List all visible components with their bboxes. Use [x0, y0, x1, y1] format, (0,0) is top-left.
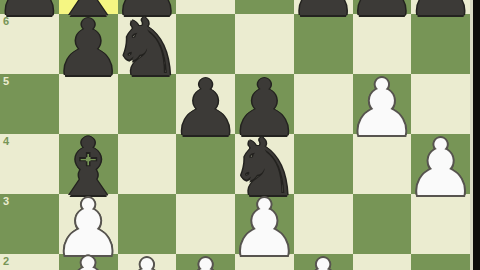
- chess-board: ♟♝♟♟♟♟6♟♞5♟♟♟4♝♞♟3♟♟2♝♟♟♟: [0, 0, 470, 270]
- square-d2[interactable]: ♟: [176, 254, 235, 270]
- square-h2[interactable]: [411, 254, 470, 270]
- square-f5[interactable]: [294, 74, 353, 134]
- square-h7[interactable]: ♟: [411, 0, 470, 14]
- square-e3[interactable]: ♟: [235, 194, 294, 254]
- square-c2[interactable]: ♟: [118, 254, 177, 270]
- square-a7[interactable]: ♟: [0, 0, 59, 14]
- square-a5[interactable]: 5: [0, 74, 59, 134]
- rank-label-2: 2: [3, 256, 9, 267]
- square-c4[interactable]: [118, 134, 177, 194]
- white-pawn[interactable]: ♟: [288, 249, 358, 270]
- square-a4[interactable]: 4: [0, 134, 59, 194]
- square-g7[interactable]: ♟: [353, 0, 412, 14]
- square-f2[interactable]: ♟: [294, 254, 353, 270]
- square-h4[interactable]: ♟: [411, 134, 470, 194]
- square-b2[interactable]: ♝: [59, 254, 118, 270]
- white-pawn[interactable]: ♟: [171, 249, 241, 270]
- square-g2[interactable]: [353, 254, 412, 270]
- rank-label-4: 4: [3, 136, 9, 147]
- square-d5[interactable]: ♟: [176, 74, 235, 134]
- black-pawn[interactable]: ♟: [406, 0, 476, 27]
- square-d7[interactable]: [176, 0, 235, 14]
- video-frame: ♟♝♟♟♟♟6♟♞5♟♟♟4♝♞♟3♟♟2♝♟♟♟: [0, 0, 480, 270]
- square-g3[interactable]: [353, 194, 412, 254]
- square-a3[interactable]: 3: [0, 194, 59, 254]
- square-b6[interactable]: ♟: [59, 14, 118, 74]
- white-pawn[interactable]: ♟: [406, 129, 476, 207]
- square-a2[interactable]: 2: [0, 254, 59, 270]
- square-e7[interactable]: [235, 0, 294, 14]
- rank-label-3: 3: [3, 196, 9, 207]
- square-f4[interactable]: [294, 134, 353, 194]
- square-c6[interactable]: ♞: [118, 14, 177, 74]
- square-g5[interactable]: ♟: [353, 74, 412, 134]
- square-f7[interactable]: ♟: [294, 0, 353, 14]
- rank-label-5: 5: [3, 76, 9, 87]
